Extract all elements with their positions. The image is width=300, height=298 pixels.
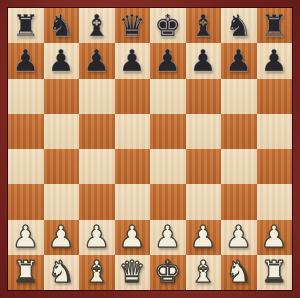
- chess-board: ♜♞♝♛♚♝♞♜♟♟♟♟♟♟♟♟♟♟♟♟♟♟♟♟♜♞♝♛♚♝♞♜: [8, 8, 292, 290]
- square-a3[interactable]: [8, 184, 44, 219]
- square-a4[interactable]: [8, 149, 44, 184]
- square-f3[interactable]: [186, 184, 222, 219]
- black-pawn[interactable]: ♟: [261, 46, 288, 76]
- white-pawn[interactable]: ♟: [190, 222, 217, 252]
- square-e4[interactable]: [150, 149, 186, 184]
- black-pawn[interactable]: ♟: [12, 46, 39, 76]
- square-c3[interactable]: [79, 184, 115, 219]
- square-c7[interactable]: ♟: [79, 43, 115, 78]
- square-g5[interactable]: [221, 114, 257, 149]
- black-pawn[interactable]: ♟: [83, 46, 110, 76]
- square-h5[interactable]: [257, 114, 293, 149]
- square-g4[interactable]: [221, 149, 257, 184]
- square-a6[interactable]: [8, 79, 44, 114]
- black-pawn[interactable]: ♟: [154, 46, 181, 76]
- white-pawn[interactable]: ♟: [48, 222, 75, 252]
- square-b6[interactable]: [44, 79, 80, 114]
- square-a8[interactable]: ♜: [8, 8, 44, 43]
- square-h6[interactable]: [257, 79, 293, 114]
- square-g7[interactable]: ♟: [221, 43, 257, 78]
- square-g6[interactable]: [221, 79, 257, 114]
- square-b8[interactable]: ♞: [44, 8, 80, 43]
- square-c4[interactable]: [79, 149, 115, 184]
- square-d8[interactable]: ♛: [115, 8, 151, 43]
- square-c2[interactable]: ♟: [79, 220, 115, 255]
- white-pawn[interactable]: ♟: [154, 222, 181, 252]
- square-d7[interactable]: ♟: [115, 43, 151, 78]
- black-pawn[interactable]: ♟: [225, 46, 252, 76]
- square-a5[interactable]: [8, 114, 44, 149]
- square-e2[interactable]: ♟: [150, 220, 186, 255]
- white-rook[interactable]: ♜: [12, 257, 39, 287]
- square-g3[interactable]: [221, 184, 257, 219]
- black-pawn[interactable]: ♟: [48, 46, 75, 76]
- square-f2[interactable]: ♟: [186, 220, 222, 255]
- square-e7[interactable]: ♟: [150, 43, 186, 78]
- square-d1[interactable]: ♛: [115, 255, 151, 290]
- white-rook[interactable]: ♜: [261, 257, 288, 287]
- square-d2[interactable]: ♟: [115, 220, 151, 255]
- square-a2[interactable]: ♟: [8, 220, 44, 255]
- black-pawn[interactable]: ♟: [190, 46, 217, 76]
- square-b5[interactable]: [44, 114, 80, 149]
- square-e5[interactable]: [150, 114, 186, 149]
- black-king[interactable]: ♚: [154, 11, 181, 41]
- square-c6[interactable]: [79, 79, 115, 114]
- square-h7[interactable]: ♟: [257, 43, 293, 78]
- square-g1[interactable]: ♞: [221, 255, 257, 290]
- square-e3[interactable]: [150, 184, 186, 219]
- white-bishop[interactable]: ♝: [190, 257, 217, 287]
- square-h1[interactable]: ♜: [257, 255, 293, 290]
- white-king[interactable]: ♚: [154, 257, 181, 287]
- square-c1[interactable]: ♝: [79, 255, 115, 290]
- black-knight[interactable]: ♞: [48, 11, 75, 41]
- white-knight[interactable]: ♞: [48, 257, 75, 287]
- square-f8[interactable]: ♝: [186, 8, 222, 43]
- square-h3[interactable]: [257, 184, 293, 219]
- white-pawn[interactable]: ♟: [119, 222, 146, 252]
- square-c8[interactable]: ♝: [79, 8, 115, 43]
- black-queen[interactable]: ♛: [119, 11, 146, 41]
- white-pawn[interactable]: ♟: [225, 222, 252, 252]
- white-knight[interactable]: ♞: [225, 257, 252, 287]
- black-pawn[interactable]: ♟: [119, 46, 146, 76]
- white-pawn[interactable]: ♟: [83, 222, 110, 252]
- square-g2[interactable]: ♟: [221, 220, 257, 255]
- black-bishop[interactable]: ♝: [83, 11, 110, 41]
- square-f5[interactable]: [186, 114, 222, 149]
- square-e1[interactable]: ♚: [150, 255, 186, 290]
- square-h4[interactable]: [257, 149, 293, 184]
- square-b4[interactable]: [44, 149, 80, 184]
- black-rook[interactable]: ♜: [261, 11, 288, 41]
- square-g8[interactable]: ♞: [221, 8, 257, 43]
- black-knight[interactable]: ♞: [225, 11, 252, 41]
- square-h8[interactable]: ♜: [257, 8, 293, 43]
- square-f7[interactable]: ♟: [186, 43, 222, 78]
- square-d3[interactable]: [115, 184, 151, 219]
- square-d4[interactable]: [115, 149, 151, 184]
- square-b7[interactable]: ♟: [44, 43, 80, 78]
- square-b2[interactable]: ♟: [44, 220, 80, 255]
- square-e8[interactable]: ♚: [150, 8, 186, 43]
- black-bishop[interactable]: ♝: [190, 11, 217, 41]
- square-e6[interactable]: [150, 79, 186, 114]
- square-a1[interactable]: ♜: [8, 255, 44, 290]
- white-bishop[interactable]: ♝: [83, 257, 110, 287]
- square-c5[interactable]: [79, 114, 115, 149]
- square-d6[interactable]: [115, 79, 151, 114]
- square-f1[interactable]: ♝: [186, 255, 222, 290]
- black-rook[interactable]: ♜: [12, 11, 39, 41]
- square-h2[interactable]: ♟: [257, 220, 293, 255]
- white-pawn[interactable]: ♟: [12, 222, 39, 252]
- square-d5[interactable]: [115, 114, 151, 149]
- white-queen[interactable]: ♛: [119, 257, 146, 287]
- white-pawn[interactable]: ♟: [261, 222, 288, 252]
- square-f6[interactable]: [186, 79, 222, 114]
- square-a7[interactable]: ♟: [8, 43, 44, 78]
- square-f4[interactable]: [186, 149, 222, 184]
- square-b1[interactable]: ♞: [44, 255, 80, 290]
- board-frame: ♜♞♝♛♚♝♞♜♟♟♟♟♟♟♟♟♟♟♟♟♟♟♟♟♜♞♝♛♚♝♞♜: [0, 0, 300, 298]
- square-b3[interactable]: [44, 184, 80, 219]
